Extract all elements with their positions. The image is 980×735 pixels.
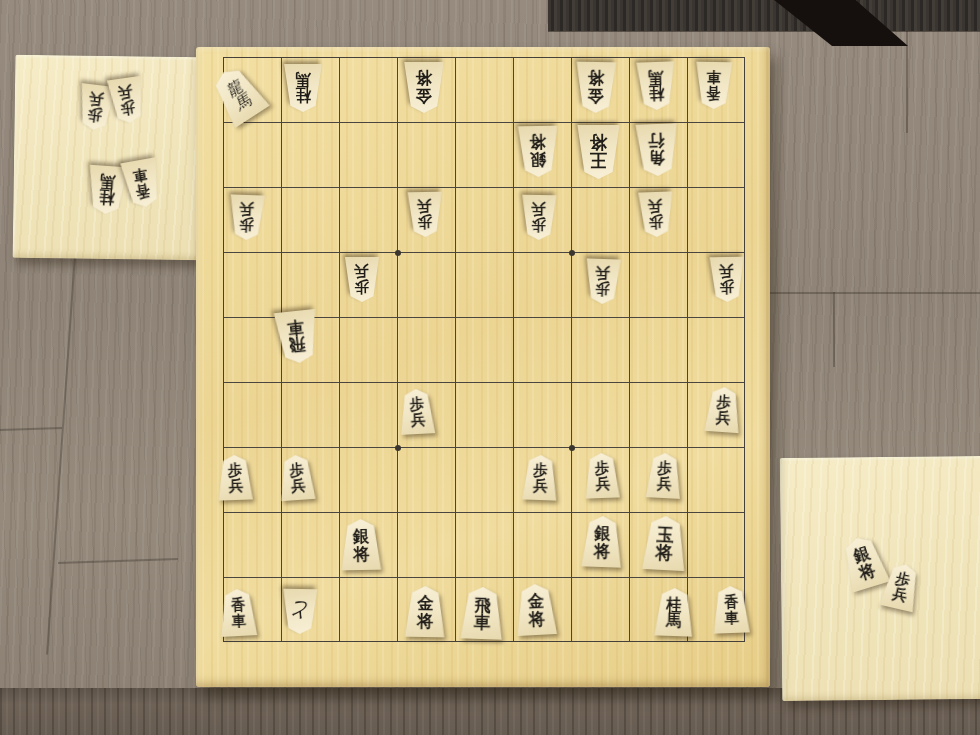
piece-kanji: 金: [588, 86, 605, 104]
piece-face: 歩兵: [520, 195, 559, 241]
piece-kanji: 車: [287, 317, 305, 336]
table-seam: [833, 292, 835, 367]
piece-gote-pawn-6c[interactable]: 歩兵: [406, 192, 445, 238]
piece-face: 桂馬: [282, 64, 324, 112]
shogi-table-photo: { "game": "shogi", "scene": "Overhead ph…: [0, 0, 980, 735]
piece-kanji: 車: [231, 613, 246, 629]
piece-face: 歩兵: [215, 454, 255, 500]
piece-kanji: 車: [724, 610, 739, 626]
piece-sente-gold-6i[interactable]: 金将: [403, 586, 448, 638]
piece-kanji: 馬: [648, 68, 664, 85]
piece-kanji: 兵: [720, 263, 735, 279]
piece-face: 歩兵: [582, 452, 622, 498]
piece-face: 角行: [633, 123, 681, 177]
piece-gote-pawn-1d[interactable]: 歩兵: [708, 257, 747, 303]
piece-gote-king-gote-3b[interactable]: 王将: [575, 125, 622, 179]
piece-sente-pawn-4g[interactable]: 歩兵: [520, 454, 560, 500]
piece-gote-gold-6a[interactable]: 金将: [402, 62, 446, 113]
piece-sente-pawn-9g[interactable]: 歩兵: [215, 454, 255, 500]
piece-gote-pawn-9c[interactable]: 歩兵: [227, 194, 267, 240]
piece-face: 金将: [403, 586, 448, 638]
star-point: [395, 445, 401, 451]
piece-kanji: 兵: [656, 476, 671, 492]
piece-gote-knight-8a[interactable]: 桂馬: [282, 64, 324, 112]
piece-sente-lance-9i[interactable]: 香車: [217, 588, 259, 637]
piece-kanji: 兵: [890, 585, 907, 603]
background-bench: [548, 0, 980, 31]
piece-face: 金将: [513, 583, 560, 636]
piece-face: 銀将: [579, 515, 625, 568]
piece-gote-rook-8e[interactable]: 飛車: [271, 308, 322, 365]
piece-face: 歩兵: [644, 452, 684, 499]
piece-kanji: 歩: [418, 213, 433, 229]
piece-gote-gold-3a[interactable]: 金将: [574, 62, 619, 114]
piece-face: 玉将: [639, 514, 689, 570]
table-seam: [906, 28, 908, 133]
piece-kanji: 歩: [532, 216, 547, 232]
piece-kanji: 兵: [532, 201, 547, 217]
piece-face: 飛車: [458, 586, 506, 640]
piece-kanji: 兵: [290, 478, 305, 494]
piece-kanji: 将: [588, 69, 605, 87]
piece-sente-king-sente-2h[interactable]: 玉将: [639, 514, 689, 570]
piece-kanji: 兵: [240, 201, 255, 217]
piece-kanji: 馬: [99, 172, 115, 189]
piece-face: 銀将: [516, 126, 561, 178]
piece-kanji: と: [290, 599, 311, 621]
piece-face: 歩兵: [276, 454, 317, 502]
piece-kanji: 将: [593, 543, 610, 561]
star-point: [395, 250, 401, 256]
piece-kanji: 将: [417, 613, 434, 631]
piece-face: 王将: [575, 125, 622, 179]
piece-gote-pawn-4c[interactable]: 歩兵: [520, 195, 559, 241]
captured-piece-gote-pawn[interactable]: 歩兵: [105, 75, 149, 125]
piece-face: 桂馬: [652, 587, 696, 636]
piece-face: 香車: [694, 62, 735, 110]
piece-face: 金将: [402, 62, 446, 113]
piece-kanji: 王: [589, 150, 606, 168]
piece-kanji: 兵: [228, 478, 243, 494]
piece-face: 金将: [574, 62, 619, 114]
piece-kanji: 兵: [118, 83, 134, 100]
piece-sente-rook-5i[interactable]: 飛車: [458, 586, 506, 640]
piece-face: 歩兵: [105, 75, 149, 125]
piece-kanji: 兵: [595, 476, 610, 492]
piece-kanji: 兵: [410, 412, 425, 428]
piece-sente-pawn-8g[interactable]: 歩兵: [276, 454, 317, 502]
star-point: [569, 445, 575, 451]
piece-gote-lance-1a[interactable]: 香車: [694, 62, 735, 110]
piece-kanji: 金: [416, 86, 432, 103]
piece-kanji: 歩: [720, 278, 735, 294]
piece-kanji: 将: [654, 543, 672, 562]
star-point: [569, 250, 575, 256]
piece-kanji: 銀: [530, 150, 547, 168]
captured-piece-gote-lance[interactable]: 香車: [118, 156, 166, 209]
piece-gote-pawn-3d[interactable]: 歩兵: [583, 258, 623, 304]
piece-sente-pawn-3g[interactable]: 歩兵: [582, 452, 622, 498]
piece-kanji: 兵: [715, 410, 730, 426]
piece-sente-pawn-1f[interactable]: 歩兵: [702, 386, 743, 434]
piece-kanji: 将: [857, 561, 878, 582]
piece-face: 歩兵: [520, 454, 560, 500]
piece-kanji: 車: [132, 166, 149, 184]
piece-kanji: 将: [530, 133, 547, 151]
piece-face: 歩兵: [636, 191, 676, 237]
piece-gote-pawn-7d[interactable]: 歩兵: [343, 257, 381, 302]
piece-kanji: 車: [707, 69, 722, 85]
piece-face: 香車: [217, 588, 259, 637]
piece-sente-gold-4i[interactable]: 金将: [513, 583, 560, 636]
piece-face: 歩兵: [227, 194, 267, 240]
piece-gote-pawn-2c[interactable]: 歩兵: [636, 191, 676, 237]
piece-face: 銀将: [339, 519, 384, 571]
piece-kanji: 馬: [232, 91, 254, 113]
piece-kanji: 歩: [355, 278, 369, 293]
piece-sente-lance-1i[interactable]: 香車: [710, 585, 752, 633]
piece-kanji: 香: [707, 84, 722, 100]
piece-kanji: 兵: [89, 90, 105, 107]
piece-gote-silver-4b[interactable]: 銀将: [516, 126, 561, 178]
piece-gote-bishop-2b[interactable]: 角行: [633, 123, 681, 177]
piece-kanji: 馬: [666, 612, 682, 629]
piece-face: 歩兵: [702, 386, 743, 434]
piece-face: 香車: [118, 156, 166, 209]
piece-kanji: 将: [353, 546, 370, 564]
piece-gote-tokin-8i[interactable]: と: [281, 589, 320, 635]
piece-sente-pawn-2g[interactable]: 歩兵: [644, 452, 684, 499]
piece-face: 歩兵: [343, 257, 381, 302]
piece-kanji: 兵: [596, 265, 611, 281]
piece-kanji: 兵: [418, 198, 433, 214]
piece-face: 歩兵: [397, 388, 437, 435]
piece-sente-knight-2i[interactable]: 桂馬: [652, 587, 696, 636]
piece-kanji: 将: [416, 69, 432, 86]
piece-face: 歩兵: [708, 257, 747, 303]
piece-kanji: 兵: [648, 198, 663, 214]
piece-face: 歩兵: [583, 258, 623, 304]
piece-kanji: 将: [528, 610, 545, 628]
piece-face: 香車: [710, 585, 752, 633]
piece-kanji: 馬: [295, 70, 310, 86]
piece-sente-pawn-6f[interactable]: 歩兵: [397, 388, 437, 435]
piece-kanji: 兵: [532, 478, 547, 494]
piece-sente-silver-7h[interactable]: 銀将: [339, 519, 384, 571]
piece-face: 歩兵: [406, 192, 445, 238]
piece-sente-silver-3h[interactable]: 銀将: [579, 515, 625, 568]
piece-face: 桂馬: [634, 61, 678, 110]
piece-kanji: 兵: [355, 263, 369, 278]
piece-face: と: [281, 589, 320, 635]
table-seam: [770, 292, 980, 294]
piece-kanji: 将: [589, 132, 606, 150]
piece-kanji: 車: [473, 614, 490, 632]
piece-kanji: 行: [648, 131, 665, 149]
piece-gote-knight-2a[interactable]: 桂馬: [634, 61, 678, 110]
piece-face: 飛車: [271, 308, 322, 365]
